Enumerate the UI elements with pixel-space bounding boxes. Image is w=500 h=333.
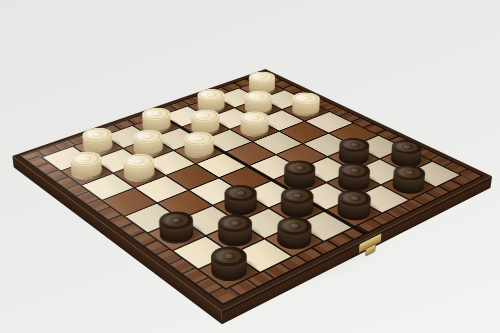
dark-piece-g8[interactable] (386, 175, 430, 197)
caption: Checkers (draughts) - 8x8 folding wooden… (0, 0, 1, 1)
page-background: Checkers (draughts) - 8x8 folding wooden… (0, 0, 500, 333)
light-piece-d3[interactable] (179, 142, 220, 161)
